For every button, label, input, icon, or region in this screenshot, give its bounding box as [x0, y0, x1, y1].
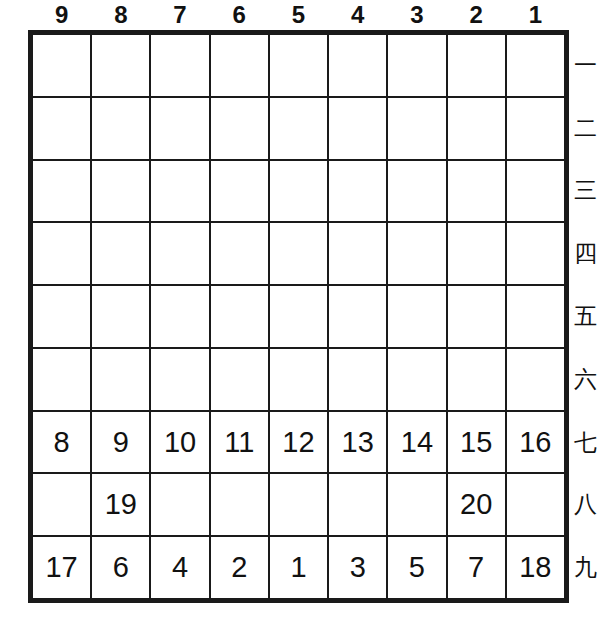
board-cell[interactable]: 1: [269, 536, 328, 599]
board-cell[interactable]: 3: [328, 536, 387, 599]
file-label: 2: [447, 2, 506, 28]
board-cell[interactable]: [150, 348, 209, 411]
board-cell[interactable]: [210, 97, 269, 160]
board-cell[interactable]: [150, 285, 209, 348]
board-cell[interactable]: 11: [210, 411, 269, 474]
board-cell[interactable]: 13: [328, 411, 387, 474]
file-label: 9: [32, 2, 91, 28]
board-cell[interactable]: [387, 34, 446, 97]
rank-label: 一: [572, 34, 600, 97]
board-cell[interactable]: [150, 473, 209, 536]
rank-label: 六: [572, 348, 600, 411]
board-cell[interactable]: [91, 348, 150, 411]
board-cell[interactable]: [447, 34, 506, 97]
board-cell[interactable]: [269, 348, 328, 411]
file-label: 4: [328, 2, 387, 28]
board-cell[interactable]: [210, 348, 269, 411]
board-cell[interactable]: [328, 222, 387, 285]
board-cell[interactable]: 14: [387, 411, 446, 474]
board-cell[interactable]: 6: [91, 536, 150, 599]
board-cell[interactable]: [328, 160, 387, 223]
board-cell[interactable]: [269, 222, 328, 285]
board-cell[interactable]: [387, 222, 446, 285]
rank-label: 七: [572, 411, 600, 474]
board-cell[interactable]: [150, 222, 209, 285]
board-cell[interactable]: [269, 97, 328, 160]
board-cell[interactable]: 9: [91, 411, 150, 474]
file-labels: 987654321: [32, 2, 565, 28]
board-cell[interactable]: [447, 97, 506, 160]
board-cell[interactable]: [269, 285, 328, 348]
board-cell[interactable]: [447, 160, 506, 223]
board-cell[interactable]: [210, 222, 269, 285]
board-cell[interactable]: [32, 97, 91, 160]
file-label: 8: [91, 2, 150, 28]
board-cell[interactable]: [91, 160, 150, 223]
rank-label: 三: [572, 160, 600, 223]
board-cell[interactable]: [387, 160, 446, 223]
board-cell[interactable]: [328, 97, 387, 160]
rank-label: 五: [572, 285, 600, 348]
board-cell[interactable]: [447, 285, 506, 348]
board-cell[interactable]: [32, 348, 91, 411]
board-cell[interactable]: 15: [447, 411, 506, 474]
board-cell[interactable]: [506, 348, 565, 411]
board-cell[interactable]: [210, 160, 269, 223]
board-cell[interactable]: [32, 285, 91, 348]
board-cell[interactable]: [447, 222, 506, 285]
board-cell[interactable]: 18: [506, 536, 565, 599]
board-cell[interactable]: [32, 34, 91, 97]
board-cell[interactable]: [269, 473, 328, 536]
board-cell[interactable]: [506, 97, 565, 160]
board-cell[interactable]: [91, 97, 150, 160]
board-cell[interactable]: 4: [150, 536, 209, 599]
board-cell[interactable]: [269, 34, 328, 97]
board-cell[interactable]: [150, 97, 209, 160]
board-cell[interactable]: [210, 285, 269, 348]
file-label: 6: [210, 2, 269, 28]
rank-label: 四: [572, 222, 600, 285]
board-cell[interactable]: 17: [32, 536, 91, 599]
board-cell[interactable]: [91, 285, 150, 348]
file-label: 7: [150, 2, 209, 28]
board-cell[interactable]: [506, 222, 565, 285]
file-label: 3: [387, 2, 446, 28]
board-cell[interactable]: [387, 97, 446, 160]
rank-label: 二: [572, 97, 600, 160]
board-cell[interactable]: [506, 34, 565, 97]
board-cell[interactable]: [506, 473, 565, 536]
board-cell[interactable]: 2: [210, 536, 269, 599]
board: 8910111213141516192017642135718: [28, 30, 569, 603]
board-cell[interactable]: [447, 348, 506, 411]
board-cell[interactable]: [210, 34, 269, 97]
board-cell[interactable]: [32, 473, 91, 536]
board-cell[interactable]: [506, 285, 565, 348]
board-cell[interactable]: 7: [447, 536, 506, 599]
board-cell[interactable]: [32, 222, 91, 285]
board-cell[interactable]: 8: [32, 411, 91, 474]
board-cell[interactable]: [387, 285, 446, 348]
board-cell[interactable]: [269, 160, 328, 223]
board-cell[interactable]: [387, 473, 446, 536]
rank-label: 九: [572, 536, 600, 599]
board-cell[interactable]: [506, 160, 565, 223]
rank-label: 八: [572, 473, 600, 536]
board-cell[interactable]: [91, 222, 150, 285]
board-cell[interactable]: [328, 285, 387, 348]
board-cell[interactable]: [328, 348, 387, 411]
board-cell[interactable]: [91, 34, 150, 97]
rank-labels: 一二三四五六七八九: [572, 34, 600, 599]
file-label: 5: [269, 2, 328, 28]
board-cell[interactable]: [210, 473, 269, 536]
board-cell[interactable]: 10: [150, 411, 209, 474]
board-cell[interactable]: 12: [269, 411, 328, 474]
board-cell[interactable]: 19: [91, 473, 150, 536]
board-cell[interactable]: 16: [506, 411, 565, 474]
board-cell[interactable]: [328, 473, 387, 536]
board-cell[interactable]: [150, 160, 209, 223]
board-cell[interactable]: 5: [387, 536, 446, 599]
board-cell[interactable]: [387, 348, 446, 411]
board-cell[interactable]: [32, 160, 91, 223]
board-cell[interactable]: 20: [447, 473, 506, 536]
board-cell[interactable]: [150, 34, 209, 97]
file-label: 1: [506, 2, 565, 28]
board-cell[interactable]: [328, 34, 387, 97]
